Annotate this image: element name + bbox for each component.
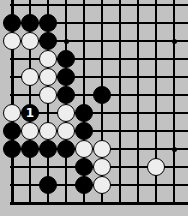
black-stone-E2 xyxy=(75,176,93,194)
grid-vline-H xyxy=(137,0,139,205)
black-stone-C11 xyxy=(39,14,57,32)
black-stone-B11 xyxy=(21,14,39,32)
black-stone-D7 xyxy=(57,86,75,104)
black-stone-C10 xyxy=(39,32,57,50)
move-1-stone-B6: 1 xyxy=(21,104,39,122)
white-stone-C9 xyxy=(39,50,57,68)
white-stone-B5 xyxy=(21,122,39,140)
white-stone-B10 xyxy=(21,32,39,50)
black-stone-D8 xyxy=(57,68,75,86)
move-number-label: 1 xyxy=(26,104,34,122)
white-stone-D5 xyxy=(57,122,75,140)
black-stone-E3 xyxy=(75,158,93,176)
go-diagram-screen: 1 xyxy=(0,0,188,216)
white-stone-E4 xyxy=(75,140,93,158)
white-stone-F4 xyxy=(93,140,111,158)
white-stone-F3 xyxy=(93,158,111,176)
black-stone-F7 xyxy=(93,86,111,104)
white-stone-C5 xyxy=(39,122,57,140)
black-stone-E6 xyxy=(75,104,93,122)
black-stone-A4 xyxy=(3,140,21,158)
black-stone-D4 xyxy=(57,140,75,158)
white-stone-D6 xyxy=(57,104,75,122)
black-stone-C4 xyxy=(39,140,57,158)
white-stone-F2 xyxy=(93,176,111,194)
white-stone-J3 xyxy=(147,158,165,176)
star-point-K4 xyxy=(172,147,177,152)
grid-vline-G xyxy=(119,0,121,205)
white-stone-B8 xyxy=(21,68,39,86)
grid-vline-K xyxy=(173,0,175,205)
white-stone-C8 xyxy=(39,68,57,86)
grid-hline-9 xyxy=(10,58,188,60)
white-stone-A6 xyxy=(3,104,21,122)
star-point-K10 xyxy=(172,39,177,44)
grid-hline-12 xyxy=(10,4,188,6)
black-stone-E5 xyxy=(75,122,93,140)
white-stone-C7 xyxy=(39,86,57,104)
star-point-D10 xyxy=(64,39,69,44)
black-stone-D9 xyxy=(57,50,75,68)
black-stone-A11 xyxy=(3,14,21,32)
white-stone-A10 xyxy=(3,32,21,50)
go-board[interactable]: 1 xyxy=(0,0,188,216)
black-stone-A5 xyxy=(3,122,21,140)
board-bottom-edge-line xyxy=(10,202,188,205)
black-stone-C2 xyxy=(39,176,57,194)
black-stone-B4 xyxy=(21,140,39,158)
